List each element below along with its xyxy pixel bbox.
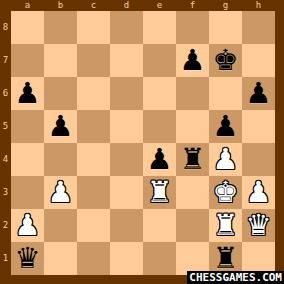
square-h4 <box>242 143 275 176</box>
rank-label-2: 2 <box>0 209 11 242</box>
square-e1 <box>143 242 176 275</box>
rank-labels: 87654321 <box>0 11 11 275</box>
square-h7 <box>242 44 275 77</box>
square-a6: ♟ <box>11 77 44 110</box>
file-label-g: g <box>209 0 242 11</box>
square-d1 <box>110 242 143 275</box>
square-g5: ♟ <box>209 110 242 143</box>
square-b7 <box>44 44 77 77</box>
square-c4 <box>77 143 110 176</box>
file-label-e: e <box>143 0 176 11</box>
square-h6: ♟ <box>242 77 275 110</box>
square-h3: ♟ <box>242 176 275 209</box>
square-f3 <box>176 176 209 209</box>
black-king-g7: ♚ <box>209 44 242 77</box>
rank-label-5: 5 <box>0 110 11 143</box>
square-b1 <box>44 242 77 275</box>
black-pawn-g5: ♟ <box>209 110 242 143</box>
square-d4 <box>110 143 143 176</box>
square-g3: ♚ <box>209 176 242 209</box>
file-label-b: b <box>44 0 77 11</box>
square-d6 <box>110 77 143 110</box>
square-d2 <box>110 209 143 242</box>
black-pawn-f7: ♟ <box>176 44 209 77</box>
black-pawn-a6: ♟ <box>11 77 44 110</box>
rank-label-3: 3 <box>0 176 11 209</box>
square-b5: ♟ <box>44 110 77 143</box>
rank-label-4: 4 <box>0 143 11 176</box>
square-b3: ♟ <box>44 176 77 209</box>
white-pawn-h3: ♟ <box>242 176 275 209</box>
square-h2: ♛ <box>242 209 275 242</box>
file-labels: abcdefgh <box>11 0 275 11</box>
file-label-a: a <box>11 0 44 11</box>
square-f7: ♟ <box>176 44 209 77</box>
square-d3 <box>110 176 143 209</box>
square-c6 <box>77 77 110 110</box>
square-h5 <box>242 110 275 143</box>
white-pawn-g4: ♟ <box>209 143 242 176</box>
square-d7 <box>110 44 143 77</box>
black-rook-f4: ♜ <box>176 143 209 176</box>
white-queen-h2: ♛ <box>242 209 275 242</box>
square-e5 <box>143 110 176 143</box>
square-f8 <box>176 11 209 44</box>
square-c7 <box>77 44 110 77</box>
white-pawn-b3: ♟ <box>44 176 77 209</box>
square-c2 <box>77 209 110 242</box>
rank-label-1: 1 <box>0 242 11 275</box>
square-d5 <box>110 110 143 143</box>
square-g4: ♟ <box>209 143 242 176</box>
white-king-g3: ♚ <box>209 176 242 209</box>
square-c3 <box>77 176 110 209</box>
rank-label-8: 8 <box>0 11 11 44</box>
square-e4: ♟ <box>143 143 176 176</box>
chess-board: ♟♚♟♟♟♟♟♜♟♟♜♚♟♟♜♛♛♜ <box>11 11 275 275</box>
square-h8 <box>242 11 275 44</box>
white-rook-g2: ♜ <box>209 209 242 242</box>
square-a1: ♛ <box>11 242 44 275</box>
square-a7 <box>11 44 44 77</box>
square-f4: ♜ <box>176 143 209 176</box>
footer-brand: CHESSGAMES.COM <box>187 271 284 284</box>
square-g2: ♜ <box>209 209 242 242</box>
rank-label-7: 7 <box>0 44 11 77</box>
file-label-d: d <box>110 0 143 11</box>
white-rook-e3: ♜ <box>143 176 176 209</box>
white-pawn-a2: ♟ <box>11 209 44 242</box>
square-b8 <box>44 11 77 44</box>
square-c1 <box>77 242 110 275</box>
square-d8 <box>110 11 143 44</box>
black-pawn-b5: ♟ <box>44 110 77 143</box>
rank-label-6: 6 <box>0 77 11 110</box>
square-g7: ♚ <box>209 44 242 77</box>
black-pawn-e4: ♟ <box>143 143 176 176</box>
square-f2 <box>176 209 209 242</box>
square-g8 <box>209 11 242 44</box>
square-a2: ♟ <box>11 209 44 242</box>
black-pawn-h6: ♟ <box>242 77 275 110</box>
square-a3 <box>11 176 44 209</box>
file-label-h: h <box>242 0 275 11</box>
square-a8 <box>11 11 44 44</box>
file-label-f: f <box>176 0 209 11</box>
square-g6 <box>209 77 242 110</box>
square-e8 <box>143 11 176 44</box>
square-e7 <box>143 44 176 77</box>
square-e6 <box>143 77 176 110</box>
square-b6 <box>44 77 77 110</box>
square-b4 <box>44 143 77 176</box>
square-c5 <box>77 110 110 143</box>
file-label-c: c <box>77 0 110 11</box>
square-f6 <box>176 77 209 110</box>
square-a5 <box>11 110 44 143</box>
chess-board-frame: abcdefgh 87654321 ♟♚♟♟♟♟♟♜♟♟♜♚♟♟♜♛♛♜ CHE… <box>0 0 284 284</box>
square-f5 <box>176 110 209 143</box>
black-queen-a1: ♛ <box>11 242 44 275</box>
square-b2 <box>44 209 77 242</box>
square-c8 <box>77 11 110 44</box>
square-a4 <box>11 143 44 176</box>
square-e2 <box>143 209 176 242</box>
square-e3: ♜ <box>143 176 176 209</box>
